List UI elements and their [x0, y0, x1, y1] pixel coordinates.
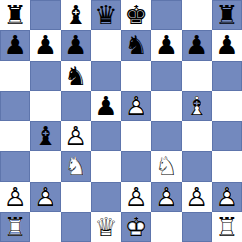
square-a6[interactable]: [0, 61, 30, 91]
square-d5[interactable]: ♟: [91, 91, 121, 121]
square-c6[interactable]: ♞: [61, 61, 91, 91]
square-e1[interactable]: ♚♔: [121, 212, 151, 242]
square-h6[interactable]: [212, 61, 242, 91]
black-bishop-icon: ♝: [61, 0, 91, 30]
square-d8[interactable]: ♛: [91, 0, 121, 30]
black-rook-icon: ♜: [0, 0, 30, 30]
square-b4[interactable]: ♝: [30, 121, 60, 151]
piece-black-knight[interactable]: ♞: [121, 30, 151, 60]
square-f5[interactable]: [151, 91, 181, 121]
piece-black-pawn[interactable]: ♟: [91, 91, 121, 121]
chess-board[interactable]: ♜♝♛♚♜♟♟♟♞♟♟♟♞♟♟♙♝♗♝♟♙♞♘♞♘♟♙♟♙♟♙♟♙♟♙♟♙♜♖♛…: [0, 0, 242, 242]
black-pawn-icon: ♟: [212, 30, 242, 60]
square-f8[interactable]: [151, 0, 181, 30]
white-pawn-outline-icon: ♙: [212, 182, 242, 212]
black-king-icon: ♚: [121, 0, 151, 30]
piece-black-king[interactable]: ♚: [121, 0, 151, 30]
square-g1[interactable]: [182, 212, 212, 242]
black-knight-icon: ♞: [61, 61, 91, 91]
square-f7[interactable]: ♟: [151, 30, 181, 60]
white-rook-outline-icon: ♖: [212, 212, 242, 242]
black-bishop-icon: ♝: [30, 121, 60, 151]
square-e7[interactable]: ♞: [121, 30, 151, 60]
square-h7[interactable]: ♟: [212, 30, 242, 60]
piece-white-rook[interactable]: ♜♖: [0, 212, 30, 242]
black-pawn-icon: ♟: [30, 30, 60, 60]
square-d3[interactable]: [91, 151, 121, 181]
square-e4[interactable]: [121, 121, 151, 151]
square-c7[interactable]: ♟: [61, 30, 91, 60]
white-pawn-outline-icon: ♙: [30, 182, 60, 212]
white-pawn-outline-icon: ♙: [61, 121, 91, 151]
square-e2[interactable]: ♟♙: [121, 182, 151, 212]
square-a5[interactable]: [0, 91, 30, 121]
square-f6[interactable]: [151, 61, 181, 91]
white-rook-outline-icon: ♖: [0, 212, 30, 242]
square-f3[interactable]: ♞♘: [151, 151, 181, 181]
piece-black-rook[interactable]: ♜: [212, 0, 242, 30]
square-h3[interactable]: [212, 151, 242, 181]
square-d7[interactable]: [91, 30, 121, 60]
piece-black-pawn[interactable]: ♟: [30, 30, 60, 60]
white-pawn-outline-icon: ♙: [121, 182, 151, 212]
square-g3[interactable]: [182, 151, 212, 181]
square-a8[interactable]: ♜: [0, 0, 30, 30]
square-g5[interactable]: ♝♗: [182, 91, 212, 121]
square-b1[interactable]: [30, 212, 60, 242]
square-a7[interactable]: ♟: [0, 30, 30, 60]
black-pawn-icon: ♟: [61, 30, 91, 60]
square-e3[interactable]: [121, 151, 151, 181]
white-knight-outline-icon: ♘: [151, 151, 181, 181]
piece-black-pawn[interactable]: ♟: [61, 30, 91, 60]
square-g8[interactable]: [182, 0, 212, 30]
black-pawn-icon: ♟: [151, 30, 181, 60]
square-d4[interactable]: [91, 121, 121, 151]
square-a4[interactable]: [0, 121, 30, 151]
piece-black-pawn[interactable]: ♟: [212, 30, 242, 60]
piece-white-pawn[interactable]: ♟♙: [121, 91, 151, 121]
square-c2[interactable]: [61, 182, 91, 212]
piece-white-rook[interactable]: ♜♖: [212, 212, 242, 242]
black-queen-icon: ♛: [91, 0, 121, 30]
square-h8[interactable]: ♜: [212, 0, 242, 30]
square-a2[interactable]: ♟♙: [0, 182, 30, 212]
piece-black-rook[interactable]: ♜: [0, 0, 30, 30]
piece-white-pawn[interactable]: ♟♙: [0, 182, 30, 212]
white-pawn-outline-icon: ♙: [121, 91, 151, 121]
piece-black-pawn[interactable]: ♟: [182, 30, 212, 60]
square-b5[interactable]: [30, 91, 60, 121]
square-h2[interactable]: ♟♙: [212, 182, 242, 212]
piece-white-knight[interactable]: ♞♘: [151, 151, 181, 181]
square-f4[interactable]: [151, 121, 181, 151]
white-king-outline-icon: ♔: [121, 212, 151, 242]
square-d6[interactable]: [91, 61, 121, 91]
square-d2[interactable]: [91, 182, 121, 212]
square-a3[interactable]: [0, 151, 30, 181]
square-c5[interactable]: [61, 91, 91, 121]
white-pawn-outline-icon: ♙: [182, 182, 212, 212]
square-c8[interactable]: ♝: [61, 0, 91, 30]
black-knight-icon: ♞: [121, 30, 151, 60]
piece-black-knight[interactable]: ♞: [61, 61, 91, 91]
piece-black-bishop[interactable]: ♝: [30, 121, 60, 151]
square-g2[interactable]: ♟♙: [182, 182, 212, 212]
square-b8[interactable]: [30, 0, 60, 30]
square-b3[interactable]: [30, 151, 60, 181]
piece-white-pawn[interactable]: ♟♙: [151, 182, 181, 212]
piece-white-knight[interactable]: ♞♘: [61, 151, 91, 181]
square-e8[interactable]: ♚: [121, 0, 151, 30]
piece-white-pawn[interactable]: ♟♙: [61, 121, 91, 151]
black-pawn-icon: ♟: [91, 91, 121, 121]
square-e6[interactable]: [121, 61, 151, 91]
square-c3[interactable]: ♞♘: [61, 151, 91, 181]
piece-white-pawn[interactable]: ♟♙: [121, 182, 151, 212]
white-queen-outline-icon: ♕: [91, 212, 121, 242]
piece-white-pawn[interactable]: ♟♙: [30, 182, 60, 212]
white-pawn-outline-icon: ♙: [151, 182, 181, 212]
white-bishop-outline-icon: ♗: [182, 91, 212, 121]
square-c4[interactable]: ♟♙: [61, 121, 91, 151]
square-c1[interactable]: [61, 212, 91, 242]
piece-white-queen[interactable]: ♛♕: [91, 212, 121, 242]
square-b2[interactable]: ♟♙: [30, 182, 60, 212]
square-b7[interactable]: ♟: [30, 30, 60, 60]
piece-white-pawn[interactable]: ♟♙: [212, 182, 242, 212]
piece-black-pawn[interactable]: ♟: [151, 30, 181, 60]
square-f1[interactable]: [151, 212, 181, 242]
black-rook-icon: ♜: [212, 0, 242, 30]
piece-black-queen[interactable]: ♛: [91, 0, 121, 30]
square-h5[interactable]: [212, 91, 242, 121]
square-a1[interactable]: ♜♖: [0, 212, 30, 242]
square-d1[interactable]: ♛♕: [91, 212, 121, 242]
square-e5[interactable]: ♟♙: [121, 91, 151, 121]
square-g4[interactable]: [182, 121, 212, 151]
square-f2[interactable]: ♟♙: [151, 182, 181, 212]
white-knight-outline-icon: ♘: [61, 151, 91, 181]
piece-white-king[interactable]: ♚♔: [121, 212, 151, 242]
piece-black-bishop[interactable]: ♝: [61, 0, 91, 30]
square-g6[interactable]: [182, 61, 212, 91]
square-h1[interactable]: ♜♖: [212, 212, 242, 242]
piece-black-pawn[interactable]: ♟: [0, 30, 30, 60]
square-b6[interactable]: [30, 61, 60, 91]
white-pawn-outline-icon: ♙: [0, 182, 30, 212]
black-pawn-icon: ♟: [182, 30, 212, 60]
piece-white-bishop[interactable]: ♝♗: [182, 91, 212, 121]
black-pawn-icon: ♟: [0, 30, 30, 60]
piece-white-pawn[interactable]: ♟♙: [182, 182, 212, 212]
square-h4[interactable]: [212, 121, 242, 151]
square-g7[interactable]: ♟: [182, 30, 212, 60]
